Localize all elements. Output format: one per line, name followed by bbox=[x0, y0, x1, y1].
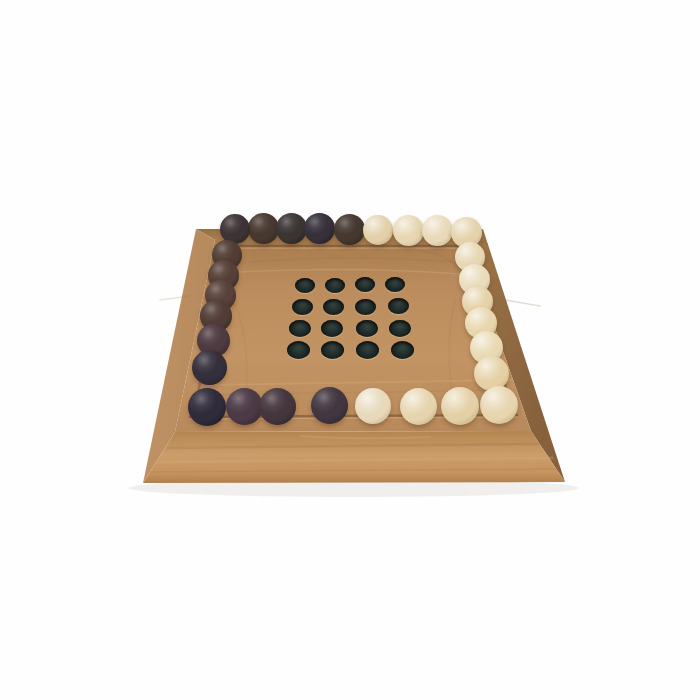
marble-dark[interactable] bbox=[259, 388, 296, 425]
board-hole-3-3[interactable] bbox=[356, 320, 378, 337]
marble-dark[interactable] bbox=[334, 214, 365, 245]
board-hole-4-3[interactable] bbox=[356, 341, 379, 359]
marble-dark[interactable] bbox=[276, 213, 307, 244]
board-hole-4-1[interactable] bbox=[287, 341, 310, 359]
board-hole-2-2[interactable] bbox=[323, 299, 344, 315]
board-hole-2-4[interactable] bbox=[388, 298, 409, 314]
board-hole-3-2[interactable] bbox=[321, 320, 343, 337]
marble-dark[interactable] bbox=[248, 213, 279, 244]
board-hole-4-4[interactable] bbox=[391, 341, 414, 359]
marble-light[interactable] bbox=[400, 388, 437, 425]
marble-light[interactable] bbox=[480, 386, 518, 424]
board-hole-3-1[interactable] bbox=[289, 320, 311, 337]
board-hole-1-4[interactable] bbox=[385, 277, 405, 292]
marble-light[interactable] bbox=[363, 215, 393, 245]
board-hole-4-2[interactable] bbox=[321, 341, 344, 359]
marble-light[interactable] bbox=[422, 215, 453, 246]
board-svg bbox=[0, 0, 700, 700]
marble-light[interactable] bbox=[474, 356, 509, 391]
marble-light[interactable] bbox=[393, 215, 424, 246]
marble-light[interactable] bbox=[441, 387, 479, 425]
board-hole-1-2[interactable] bbox=[325, 278, 345, 293]
board-hole-2-1[interactable] bbox=[292, 299, 313, 315]
board-hole-2-3[interactable] bbox=[355, 299, 376, 315]
marble-dark[interactable] bbox=[226, 388, 263, 425]
marble-light[interactable] bbox=[355, 388, 391, 424]
board-game-photo bbox=[0, 0, 700, 700]
marble-dark[interactable] bbox=[311, 387, 348, 424]
marble-dark[interactable] bbox=[192, 350, 227, 385]
board-hole-1-1[interactable] bbox=[295, 278, 315, 293]
marble-dark[interactable] bbox=[304, 213, 335, 244]
board-hole-3-4[interactable] bbox=[389, 320, 411, 337]
marble-dark[interactable] bbox=[188, 388, 226, 426]
board-hole-1-3[interactable] bbox=[355, 277, 375, 292]
